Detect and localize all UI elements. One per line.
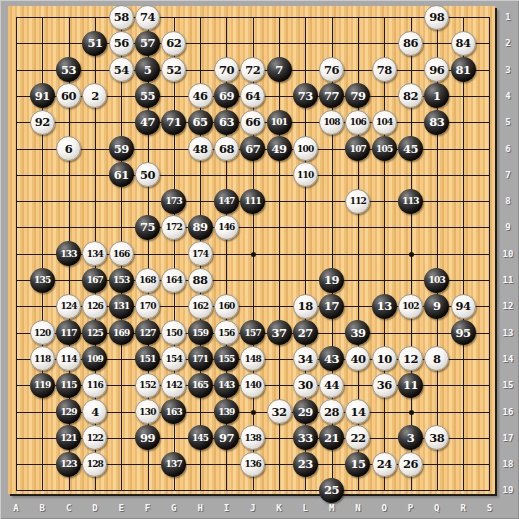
stone-move-number: 47 — [140, 115, 155, 129]
col-label-Q: Q — [427, 503, 447, 513]
stone-136[interactable]: 136 — [240, 452, 265, 477]
stone-move-number: 25 — [324, 483, 339, 497]
stone-move-number: 170 — [139, 301, 155, 311]
stone-move-number: 91 — [35, 89, 50, 103]
stone-move-number: 110 — [297, 170, 313, 180]
stone-move-number: 68 — [219, 142, 234, 156]
stone-move-number: 23 — [298, 457, 313, 471]
stone-move-number: 12 — [403, 352, 418, 366]
stone-move-number: 143 — [218, 380, 234, 390]
stone-119[interactable]: 119 — [30, 373, 55, 398]
stone-move-number: 106 — [350, 117, 366, 127]
stone-move-number: 88 — [193, 273, 208, 287]
stone-move-number: 134 — [87, 249, 103, 259]
stone-move-number: 71 — [166, 115, 181, 129]
row-label-14: 14 — [499, 354, 517, 364]
stone-move-number: 128 — [87, 459, 103, 469]
stone-move-number: 113 — [402, 196, 418, 206]
stone-103[interactable]: 103 — [424, 268, 449, 293]
stone-move-number: 122 — [87, 433, 103, 443]
stone-move-number: 78 — [377, 63, 392, 77]
stone-move-number: 167 — [87, 275, 103, 285]
stone-move-number: 119 — [34, 380, 50, 390]
stone-81[interactable]: 81 — [451, 57, 476, 82]
col-label-E: E — [111, 503, 131, 513]
stone-move-number: 44 — [324, 378, 339, 392]
stone-move-number: 133 — [60, 249, 76, 259]
stone-move-number: 66 — [245, 115, 260, 129]
row-label-9: 9 — [499, 222, 517, 232]
col-label-G: G — [164, 503, 184, 513]
stone-move-number: 84 — [456, 36, 471, 50]
stone-139[interactable]: 139 — [214, 399, 239, 424]
stone-move-number: 1 — [433, 89, 441, 103]
stone-move-number: 30 — [298, 378, 313, 392]
stone-move-number: 54 — [114, 63, 129, 77]
stone-move-number: 164 — [166, 275, 182, 285]
stone-move-number: 105 — [376, 144, 392, 154]
stone-37[interactable]: 37 — [267, 320, 292, 345]
stone-45[interactable]: 45 — [398, 136, 423, 161]
stone-move-number: 77 — [324, 89, 339, 103]
stone-move-number: 140 — [244, 380, 260, 390]
stone-move-number: 22 — [350, 431, 365, 445]
stone-move-number: 53 — [61, 63, 76, 77]
col-label-H: H — [190, 503, 210, 513]
stone-30[interactable]: 30 — [293, 373, 318, 398]
stone-5[interactable]: 5 — [135, 57, 160, 82]
stone-move-number: 163 — [166, 407, 182, 417]
stone-move-number: 150 — [166, 328, 182, 338]
stone-59[interactable]: 59 — [109, 136, 134, 161]
stone-106[interactable]: 106 — [345, 110, 370, 135]
stone-move-number: 62 — [166, 36, 181, 50]
stone-move-number: 147 — [218, 196, 234, 206]
stone-move-number: 58 — [114, 10, 129, 24]
stone-move-number: 32 — [271, 405, 286, 419]
stone-101[interactable]: 101 — [267, 110, 292, 135]
stone-move-number: 146 — [218, 222, 234, 232]
stone-move-number: 75 — [140, 220, 155, 234]
row-label-5: 5 — [499, 117, 517, 127]
stone-move-number: 171 — [192, 354, 208, 364]
col-label-R: R — [453, 503, 473, 513]
stone-33[interactable]: 33 — [293, 425, 318, 450]
stone-170[interactable]: 170 — [135, 294, 160, 319]
stone-112[interactable]: 112 — [345, 189, 370, 214]
grid-line-vertical — [489, 17, 490, 491]
row-label-17: 17 — [499, 433, 517, 443]
stone-36[interactable]: 36 — [372, 373, 397, 398]
stone-move-number: 57 — [140, 36, 155, 50]
row-label-13: 13 — [499, 328, 517, 338]
stone-move-number: 157 — [244, 328, 260, 338]
stone-23[interactable]: 23 — [293, 452, 318, 477]
stone-move-number: 3 — [407, 431, 415, 445]
stone-83[interactable]: 83 — [424, 110, 449, 135]
stone-move-number: 117 — [60, 328, 76, 338]
stone-move-number: 135 — [34, 275, 50, 285]
stone-move-number: 15 — [350, 457, 365, 471]
stone-15[interactable]: 15 — [345, 452, 370, 477]
stone-move-number: 166 — [113, 249, 129, 259]
stone-move-number: 112 — [350, 196, 366, 206]
row-label-19: 19 — [499, 485, 517, 495]
stone-135[interactable]: 135 — [30, 268, 55, 293]
stone-move-number: 18 — [298, 299, 313, 313]
stone-move-number: 69 — [219, 89, 234, 103]
stone-move-number: 89 — [193, 220, 208, 234]
stone-move-number: 49 — [271, 142, 286, 156]
col-label-K: K — [269, 503, 289, 513]
stone-66[interactable]: 66 — [240, 110, 265, 135]
stone-116[interactable]: 116 — [82, 373, 107, 398]
stone-move-number: 79 — [350, 89, 365, 103]
stone-move-number: 138 — [244, 433, 260, 443]
stone-164[interactable]: 164 — [161, 268, 186, 293]
stone-move-number: 36 — [377, 378, 392, 392]
stone-162[interactable]: 162 — [188, 294, 213, 319]
stone-130[interactable]: 130 — [135, 399, 160, 424]
stone-move-number: 24 — [377, 457, 392, 471]
stone-145[interactable]: 145 — [188, 425, 213, 450]
stone-48[interactable]: 48 — [188, 136, 213, 161]
stone-move-number: 159 — [192, 328, 208, 338]
col-label-B: B — [32, 503, 52, 513]
stone-move-number: 81 — [456, 63, 471, 77]
stone-142[interactable]: 142 — [161, 373, 186, 398]
row-label-7: 7 — [499, 170, 517, 180]
stone-move-number: 10 — [377, 352, 392, 366]
stone-move-number: 127 — [139, 328, 155, 338]
stone-move-number: 74 — [140, 10, 155, 24]
star-point — [251, 252, 256, 257]
grid-line-horizontal — [16, 490, 490, 491]
stone-move-number: 5 — [144, 63, 152, 77]
stone-74[interactable]: 74 — [135, 5, 160, 30]
col-label-I: I — [216, 503, 236, 513]
stone-move-number: 139 — [218, 407, 234, 417]
stone-move-number: 67 — [245, 142, 260, 156]
stone-move-number: 126 — [87, 301, 103, 311]
stone-167[interactable]: 167 — [82, 268, 107, 293]
stone-88[interactable]: 88 — [188, 268, 213, 293]
stone-move-number: 17 — [324, 299, 339, 313]
stone-move-number: 162 — [192, 301, 208, 311]
stone-140[interactable]: 140 — [240, 373, 265, 398]
stone-move-number: 102 — [402, 301, 418, 311]
stone-46[interactable]: 46 — [188, 83, 213, 108]
stone-move-number: 11 — [403, 378, 418, 392]
stone-84[interactable]: 84 — [451, 31, 476, 56]
stone-94[interactable]: 94 — [451, 294, 476, 319]
stone-move-number: 60 — [61, 89, 76, 103]
stone-move-number: 39 — [350, 326, 365, 340]
col-label-M: M — [322, 503, 342, 513]
stone-143[interactable]: 143 — [214, 373, 239, 398]
stone-move-number: 109 — [87, 354, 103, 364]
stone-move-number: 14 — [350, 405, 365, 419]
stone-10[interactable]: 10 — [372, 346, 397, 371]
stone-move-number: 59 — [114, 142, 129, 156]
stone-move-number: 151 — [139, 354, 155, 364]
stone-move-number: 130 — [139, 407, 155, 417]
stone-move-number: 13 — [377, 299, 392, 313]
stone-move-number: 98 — [429, 10, 444, 24]
stone-17[interactable]: 17 — [319, 294, 344, 319]
stone-28[interactable]: 28 — [319, 399, 344, 424]
stone-78[interactable]: 78 — [372, 57, 397, 82]
stone-move-number: 43 — [324, 352, 339, 366]
stone-111[interactable]: 111 — [240, 189, 265, 214]
stone-move-number: 21 — [324, 431, 339, 445]
stone-move-number: 169 — [113, 328, 129, 338]
stone-6[interactable]: 6 — [56, 136, 81, 161]
stone-168[interactable]: 168 — [135, 268, 160, 293]
stone-49[interactable]: 49 — [267, 136, 292, 161]
stone-29[interactable]: 29 — [293, 399, 318, 424]
stone-move-number: 99 — [140, 431, 155, 445]
col-label-S: S — [479, 503, 499, 513]
stone-move-number: 153 — [113, 275, 129, 285]
stone-86[interactable]: 86 — [398, 31, 423, 56]
stone-move-number: 103 — [429, 275, 445, 285]
stone-move-number: 121 — [60, 433, 76, 443]
stone-44[interactable]: 44 — [319, 373, 344, 398]
stone-131[interactable]: 131 — [109, 294, 134, 319]
stone-move-number: 70 — [219, 63, 234, 77]
stone-move-number: 116 — [87, 380, 103, 390]
stone-move-number: 73 — [298, 89, 313, 103]
stone-move-number: 37 — [271, 326, 286, 340]
stone-move-number: 115 — [60, 380, 76, 390]
stone-115[interactable]: 115 — [56, 373, 81, 398]
star-point — [409, 410, 414, 415]
stone-move-number: 4 — [91, 405, 99, 419]
stone-18[interactable]: 18 — [293, 294, 318, 319]
stone-move-number: 125 — [87, 328, 103, 338]
stone-27[interactable]: 27 — [293, 320, 318, 345]
grid-line-vertical — [384, 17, 385, 491]
stone-move-number: 48 — [193, 142, 208, 156]
stone-move-number: 108 — [323, 117, 339, 127]
stone-move-number: 155 — [218, 354, 234, 364]
row-label-12: 12 — [499, 301, 517, 311]
stone-move-number: 145 — [192, 433, 208, 443]
stone-move-number: 38 — [429, 431, 444, 445]
stone-89[interactable]: 89 — [188, 215, 213, 240]
stone-32[interactable]: 32 — [267, 399, 292, 424]
stone-move-number: 92 — [35, 115, 50, 129]
stone-100[interactable]: 100 — [293, 136, 318, 161]
stone-26[interactable]: 26 — [398, 452, 423, 477]
stone-move-number: 40 — [350, 352, 365, 366]
row-label-6: 6 — [499, 144, 517, 154]
stone-move-number: 65 — [193, 115, 208, 129]
stone-move-number: 165 — [192, 380, 208, 390]
stone-move-number: 83 — [429, 115, 444, 129]
stone-move-number: 56 — [114, 36, 129, 50]
stone-47[interactable]: 47 — [135, 110, 160, 135]
col-label-C: C — [59, 503, 79, 513]
stone-move-number: 82 — [403, 89, 418, 103]
stone-move-number: 104 — [376, 117, 392, 127]
stone-113[interactable]: 113 — [398, 189, 423, 214]
stone-move-number: 76 — [324, 63, 339, 77]
stone-57[interactable]: 57 — [135, 31, 160, 56]
col-label-N: N — [348, 503, 368, 513]
stone-move-number: 101 — [271, 117, 287, 127]
col-label-L: L — [295, 503, 315, 513]
stone-169[interactable]: 169 — [109, 320, 134, 345]
stone-move-number: 34 — [298, 352, 313, 366]
stone-move-number: 86 — [403, 36, 418, 50]
row-label-4: 4 — [499, 91, 517, 101]
stone-54[interactable]: 54 — [109, 57, 134, 82]
stone-153[interactable]: 153 — [109, 268, 134, 293]
stone-move-number: 129 — [60, 407, 76, 417]
stone-move-number: 2 — [91, 89, 99, 103]
col-label-P: P — [401, 503, 421, 513]
stone-102[interactable]: 102 — [398, 294, 423, 319]
stone-95[interactable]: 95 — [451, 320, 476, 345]
stone-70[interactable]: 70 — [214, 57, 239, 82]
col-label-D: D — [85, 503, 105, 513]
row-label-16: 16 — [499, 407, 517, 417]
stone-move-number: 29 — [298, 405, 313, 419]
star-point — [251, 410, 256, 415]
col-label-A: A — [6, 503, 26, 513]
stone-move-number: 154 — [166, 354, 182, 364]
row-label-15: 15 — [499, 380, 517, 390]
stone-move-number: 45 — [403, 142, 418, 156]
stone-156[interactable]: 156 — [214, 320, 239, 345]
stone-move-number: 96 — [429, 63, 444, 77]
stone-104[interactable]: 104 — [372, 110, 397, 135]
stone-move-number: 124 — [60, 301, 76, 311]
stone-165[interactable]: 165 — [188, 373, 213, 398]
grid-line-vertical — [463, 17, 464, 491]
stone-152[interactable]: 152 — [135, 373, 160, 398]
stone-63[interactable]: 63 — [214, 110, 239, 135]
stone-9[interactable]: 9 — [424, 294, 449, 319]
stone-105[interactable]: 105 — [372, 136, 397, 161]
stone-move-number: 9 — [433, 299, 441, 313]
stone-128[interactable]: 128 — [82, 452, 107, 477]
row-label-2: 2 — [499, 38, 517, 48]
stone-62[interactable]: 62 — [161, 31, 186, 56]
stone-171[interactable]: 171 — [188, 346, 213, 371]
stone-move-number: 136 — [244, 459, 260, 469]
stone-137[interactable]: 137 — [161, 452, 186, 477]
stone-123[interactable]: 123 — [56, 452, 81, 477]
stone-108[interactable]: 108 — [319, 110, 344, 135]
stone-move-number: 52 — [166, 63, 181, 77]
stone-146[interactable]: 146 — [214, 215, 239, 240]
col-label-F: F — [138, 503, 158, 513]
stone-173[interactable]: 173 — [161, 189, 186, 214]
stone-120[interactable]: 120 — [30, 320, 55, 345]
stone-61[interactable]: 61 — [109, 162, 134, 187]
star-point — [409, 252, 414, 257]
stone-move-number: 173 — [166, 196, 182, 206]
stone-25[interactable]: 25 — [319, 478, 344, 503]
stone-166[interactable]: 166 — [109, 241, 134, 266]
row-label-11: 11 — [499, 275, 517, 285]
stone-65[interactable]: 65 — [188, 110, 213, 135]
stone-move-number: 55 — [140, 89, 155, 103]
stone-move-number: 28 — [324, 405, 339, 419]
stone-move-number: 111 — [244, 196, 260, 206]
stone-19[interactable]: 19 — [319, 268, 344, 293]
stone-move-number: 63 — [219, 115, 234, 129]
stone-move-number: 160 — [218, 301, 234, 311]
stone-75[interactable]: 75 — [135, 215, 160, 240]
stone-56[interactable]: 56 — [109, 31, 134, 56]
stone-129[interactable]: 129 — [56, 399, 81, 424]
stone-174[interactable]: 174 — [188, 241, 213, 266]
stone-24[interactable]: 24 — [372, 452, 397, 477]
stone-58[interactable]: 58 — [109, 5, 134, 30]
stone-13[interactable]: 13 — [372, 294, 397, 319]
stone-move-number: 72 — [245, 63, 260, 77]
stone-move-number: 97 — [219, 431, 234, 445]
stone-7[interactable]: 7 — [267, 57, 292, 82]
stone-98[interactable]: 98 — [424, 5, 449, 30]
stone-110[interactable]: 110 — [293, 162, 318, 187]
stone-move-number: 142 — [166, 380, 182, 390]
stone-159[interactable]: 159 — [188, 320, 213, 345]
stone-68[interactable]: 68 — [214, 136, 239, 161]
stone-move-number: 94 — [456, 299, 471, 313]
stone-move-number: 61 — [114, 168, 129, 182]
stone-move-number: 123 — [60, 459, 76, 469]
stone-124[interactable]: 124 — [56, 294, 81, 319]
stone-160[interactable]: 160 — [214, 294, 239, 319]
stone-move-number: 46 — [193, 89, 208, 103]
stone-move-number: 64 — [245, 89, 260, 103]
stone-move-number: 6 — [65, 142, 73, 156]
stone-move-number: 172 — [166, 222, 182, 232]
row-label-1: 1 — [499, 12, 517, 22]
stone-move-number: 7 — [275, 63, 283, 77]
stone-11[interactable]: 11 — [398, 373, 423, 398]
stone-move-number: 120 — [34, 328, 50, 338]
stone-move-number: 100 — [297, 144, 313, 154]
stone-move-number: 19 — [324, 273, 339, 287]
stone-move-number: 131 — [113, 301, 129, 311]
col-label-J: J — [243, 503, 263, 513]
stone-move-number: 8 — [433, 352, 441, 366]
stone-92[interactable]: 92 — [30, 110, 55, 135]
stone-127[interactable]: 127 — [135, 320, 160, 345]
stone-71[interactable]: 71 — [161, 110, 186, 135]
stone-move-number: 107 — [350, 144, 366, 154]
stone-move-number: 174 — [192, 249, 208, 259]
col-label-O: O — [374, 503, 394, 513]
row-label-3: 3 — [499, 65, 517, 75]
row-label-18: 18 — [499, 459, 517, 469]
row-label-10: 10 — [499, 249, 517, 259]
stone-move-number: 27 — [298, 326, 313, 340]
stone-147[interactable]: 147 — [214, 189, 239, 214]
stone-move-number: 114 — [60, 354, 76, 364]
go-game-screenshot: 5874985156576286845354552707277678968191… — [0, 0, 519, 519]
stone-move-number: 50 — [140, 168, 155, 182]
stone-move-number: 26 — [403, 457, 418, 471]
stone-move-number: 51 — [87, 36, 102, 50]
stone-move-number: 148 — [244, 354, 260, 364]
